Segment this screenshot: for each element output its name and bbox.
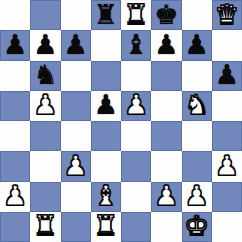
square-a7[interactable]: ♟: [0, 30, 30, 60]
square-h6[interactable]: ♟: [212, 61, 242, 91]
white-rook-e8[interactable]: ♜: [124, 1, 148, 28]
square-b6[interactable]: ♞: [30, 61, 60, 91]
square-f5[interactable]: [151, 91, 181, 121]
square-d8[interactable]: ♜: [91, 0, 121, 30]
square-b4[interactable]: [30, 121, 60, 151]
square-g3[interactable]: [182, 151, 212, 181]
square-c3[interactable]: ♟: [61, 151, 91, 181]
square-g4[interactable]: [182, 121, 212, 151]
square-d4[interactable]: [91, 121, 121, 151]
square-g5[interactable]: ♞: [182, 91, 212, 121]
square-c4[interactable]: [61, 121, 91, 151]
square-e1[interactable]: [121, 212, 151, 242]
white-pawn-a2[interactable]: ♟: [3, 182, 27, 209]
square-b2[interactable]: [30, 182, 60, 212]
black-pawn-h6[interactable]: ♟: [215, 61, 239, 88]
square-h4[interactable]: [212, 121, 242, 151]
square-c8[interactable]: [61, 0, 91, 30]
square-c2[interactable]: [61, 182, 91, 212]
square-h3[interactable]: ♟: [212, 151, 242, 181]
square-h1[interactable]: [212, 212, 242, 242]
square-d7[interactable]: [91, 30, 121, 60]
square-a8[interactable]: [0, 0, 30, 30]
black-pawn-c7[interactable]: ♟: [64, 31, 88, 58]
square-b8[interactable]: [30, 0, 60, 30]
square-b1[interactable]: ♜: [30, 212, 60, 242]
square-f2[interactable]: ♟: [151, 182, 181, 212]
square-g7[interactable]: ♟: [182, 30, 212, 60]
square-h8[interactable]: ♛: [212, 0, 242, 30]
white-pawn-c3[interactable]: ♟: [64, 152, 88, 179]
black-pawn-g7[interactable]: ♟: [185, 31, 209, 58]
white-queen-h8[interactable]: ♛: [215, 1, 239, 28]
square-c7[interactable]: ♟: [61, 30, 91, 60]
chess-board: ♜♜♚♛♟♟♟♝♟♟♞♟♟♟♟♞♟♟♟♝♟♟♜♜♚: [0, 0, 242, 242]
square-f4[interactable]: [151, 121, 181, 151]
square-e7[interactable]: ♝: [121, 30, 151, 60]
square-a5[interactable]: [0, 91, 30, 121]
square-d3[interactable]: [91, 151, 121, 181]
square-b5[interactable]: ♟: [30, 91, 60, 121]
square-f8[interactable]: ♚: [151, 0, 181, 30]
black-pawn-b7[interactable]: ♟: [33, 31, 57, 58]
black-pawn-d5[interactable]: ♟: [94, 91, 118, 118]
square-c5[interactable]: [61, 91, 91, 121]
square-d5[interactable]: ♟: [91, 91, 121, 121]
square-a6[interactable]: [0, 61, 30, 91]
square-a2[interactable]: ♟: [0, 182, 30, 212]
square-d6[interactable]: [91, 61, 121, 91]
square-f1[interactable]: [151, 212, 181, 242]
white-pawn-g2[interactable]: ♟: [185, 182, 209, 209]
square-c6[interactable]: [61, 61, 91, 91]
square-d1[interactable]: ♜: [91, 212, 121, 242]
black-rook-d8[interactable]: ♜: [94, 1, 118, 28]
square-g1[interactable]: ♚: [182, 212, 212, 242]
square-e3[interactable]: [121, 151, 151, 181]
square-h7[interactable]: [212, 30, 242, 60]
black-pawn-a7[interactable]: ♟: [3, 31, 27, 58]
white-bishop-d2[interactable]: ♝: [94, 182, 118, 209]
white-rook-d1[interactable]: ♜: [94, 212, 118, 239]
square-g8[interactable]: [182, 0, 212, 30]
white-king-g1[interactable]: ♚: [185, 212, 209, 239]
square-f6[interactable]: [151, 61, 181, 91]
black-knight-b6[interactable]: ♞: [33, 61, 57, 88]
white-knight-g5[interactable]: ♞: [185, 91, 209, 118]
square-c1[interactable]: [61, 212, 91, 242]
square-e4[interactable]: [121, 121, 151, 151]
square-a1[interactable]: [0, 212, 30, 242]
white-pawn-e5[interactable]: ♟: [124, 91, 148, 118]
white-pawn-f2[interactable]: ♟: [154, 182, 178, 209]
square-f7[interactable]: ♟: [151, 30, 181, 60]
square-g2[interactable]: ♟: [182, 182, 212, 212]
square-a4[interactable]: [0, 121, 30, 151]
black-bishop-e7[interactable]: ♝: [124, 31, 148, 58]
square-a3[interactable]: [0, 151, 30, 181]
square-e8[interactable]: ♜: [121, 0, 151, 30]
black-king-f8[interactable]: ♚: [154, 1, 178, 28]
square-b3[interactable]: [30, 151, 60, 181]
square-e2[interactable]: [121, 182, 151, 212]
square-d2[interactable]: ♝: [91, 182, 121, 212]
square-h2[interactable]: [212, 182, 242, 212]
white-pawn-h3[interactable]: ♟: [215, 152, 239, 179]
white-rook-b1[interactable]: ♜: [33, 212, 57, 239]
square-e5[interactable]: ♟: [121, 91, 151, 121]
black-pawn-f7[interactable]: ♟: [154, 31, 178, 58]
square-e6[interactable]: [121, 61, 151, 91]
white-pawn-b5[interactable]: ♟: [33, 91, 57, 118]
square-g6[interactable]: [182, 61, 212, 91]
square-b7[interactable]: ♟: [30, 30, 60, 60]
square-h5[interactable]: [212, 91, 242, 121]
square-f3[interactable]: [151, 151, 181, 181]
